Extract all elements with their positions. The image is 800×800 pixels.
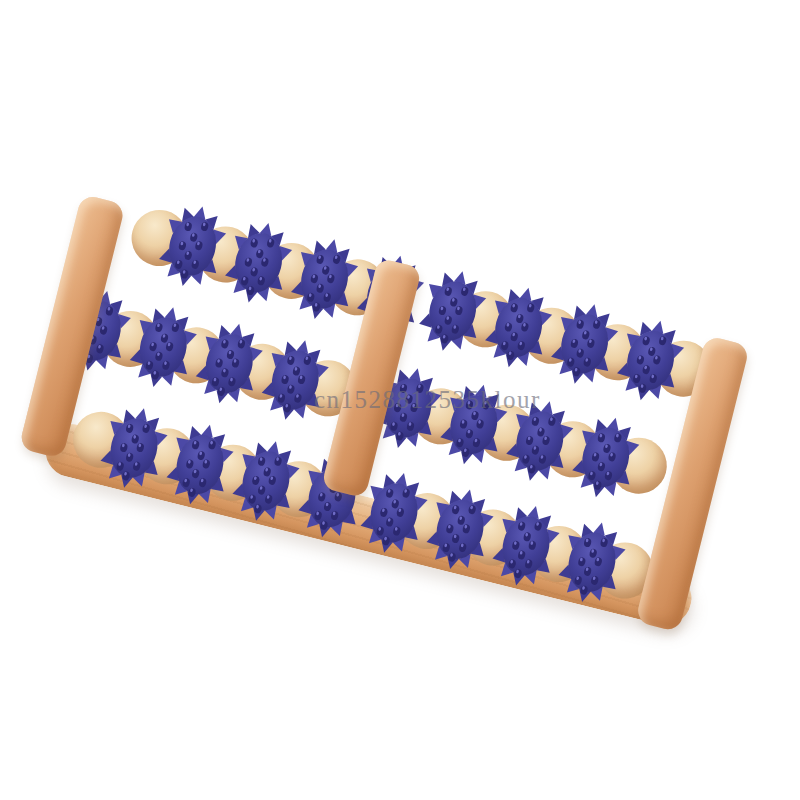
product-photo: cn1528812535klour [0, 0, 800, 800]
watermark-text: cn1528812535klour [314, 386, 541, 414]
